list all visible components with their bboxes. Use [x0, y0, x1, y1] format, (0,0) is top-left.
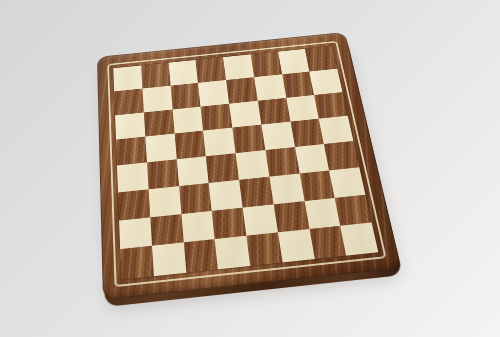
square-g8 — [278, 49, 310, 74]
square-e4 — [236, 150, 270, 180]
square-f6 — [257, 98, 290, 125]
square-e3 — [239, 176, 273, 207]
square-a6 — [115, 112, 145, 140]
square-a1 — [120, 246, 153, 280]
square-h2 — [335, 194, 372, 226]
square-c1 — [183, 239, 218, 273]
square-c8 — [168, 60, 198, 86]
square-f3 — [269, 173, 304, 204]
square-f5 — [261, 122, 294, 150]
square-a4 — [117, 162, 148, 192]
square-a8 — [113, 66, 142, 92]
square-d8 — [196, 57, 226, 82]
square-b6 — [144, 109, 175, 137]
square-a5 — [116, 137, 147, 166]
square-b4 — [147, 159, 179, 189]
square-h6 — [314, 92, 348, 119]
square-b7 — [142, 86, 172, 113]
square-d2 — [212, 207, 247, 239]
square-c5 — [174, 131, 206, 160]
square-e7 — [226, 77, 257, 103]
square-a3 — [118, 189, 150, 220]
square-f7 — [254, 74, 286, 100]
square-d4 — [206, 153, 239, 183]
square-c7 — [170, 83, 200, 109]
square-d6 — [201, 103, 233, 130]
square-f8 — [250, 52, 281, 77]
square-h7 — [309, 69, 342, 95]
square-f4 — [265, 147, 299, 176]
square-c6 — [172, 106, 203, 134]
playing-field — [113, 46, 378, 280]
square-h8 — [305, 46, 337, 71]
square-h1 — [340, 223, 378, 256]
square-a2 — [119, 217, 152, 249]
square-e1 — [246, 233, 282, 266]
square-a7 — [114, 88, 143, 115]
square-b1 — [152, 243, 186, 277]
square-b5 — [145, 134, 176, 163]
square-b3 — [148, 186, 181, 217]
square-b8 — [141, 63, 170, 89]
studio-background — [0, 0, 500, 337]
square-h4 — [324, 141, 359, 170]
square-b2 — [150, 214, 183, 246]
square-c2 — [181, 210, 215, 242]
square-d5 — [203, 128, 235, 156]
square-h3 — [329, 167, 365, 197]
square-c4 — [176, 156, 208, 186]
chessboard — [97, 32, 401, 300]
square-c3 — [179, 183, 212, 214]
square-f1 — [278, 229, 315, 262]
square-e5 — [232, 125, 265, 153]
square-e6 — [229, 100, 261, 127]
square-f2 — [273, 201, 309, 233]
square-e8 — [223, 54, 254, 79]
square-d3 — [209, 180, 243, 211]
square-e2 — [243, 204, 278, 236]
square-d1 — [215, 236, 250, 269]
square-d7 — [198, 80, 229, 106]
square-h5 — [319, 116, 353, 144]
